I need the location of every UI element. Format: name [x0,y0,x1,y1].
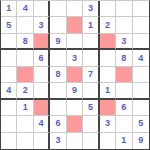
cell-r3c9[interactable] [133,34,149,50]
cell-r4c8[interactable]: 8 [116,50,132,66]
cell-r2c8[interactable] [116,17,132,33]
cell-r6c3[interactable] [34,83,50,99]
cell-r9c3[interactable] [34,133,50,149]
cell-r1c8[interactable] [116,1,132,17]
cell-r9c7[interactable] [100,133,116,149]
cell-r2c2[interactable] [17,17,33,33]
cell-r8c6[interactable] [83,116,99,132]
cell-r5c1[interactable] [1,67,17,83]
cell-r1c5[interactable] [67,1,83,17]
cell-r9c4[interactable]: 3 [50,133,66,149]
cell-r6c7[interactable]: 1 [100,83,116,99]
cell-r2c5[interactable] [67,17,83,33]
cell-r4c6[interactable] [83,50,99,66]
cell-r9c9[interactable]: 9 [133,133,149,149]
cell-r1c7[interactable] [100,1,116,17]
cell-r1c6[interactable]: 3 [83,1,99,17]
cell-r1c4[interactable] [50,1,66,17]
cell-r4c5[interactable]: 3 [67,50,83,66]
cell-r8c1[interactable] [1,116,17,132]
cell-r5c2[interactable] [17,67,33,83]
cell-r2c3[interactable]: 3 [34,17,50,33]
cell-r8c3[interactable]: 4 [34,116,50,132]
cell-r5c6[interactable]: 7 [83,67,99,83]
cell-r4c7[interactable] [100,50,116,66]
cell-r7c2[interactable]: 1 [17,100,33,116]
cell-r9c2[interactable] [17,133,33,149]
cell-r5c5[interactable] [67,67,83,83]
cell-r8c4[interactable]: 6 [50,116,66,132]
cell-r3c5[interactable] [67,34,83,50]
cell-r6c9[interactable] [133,83,149,99]
cell-r3c7[interactable] [100,34,116,50]
cell-r9c8[interactable]: 1 [116,133,132,149]
cell-r7c3[interactable] [34,100,50,116]
cell-r4c9[interactable]: 4 [133,50,149,66]
cell-r3c4[interactable]: 9 [50,34,66,50]
cell-r7c7[interactable] [100,100,116,116]
cell-r2c4[interactable] [50,17,66,33]
cell-r3c2[interactable]: 8 [17,34,33,50]
cell-r2c6[interactable]: 1 [83,17,99,33]
cell-r9c5[interactable] [67,133,83,149]
cell-r4c1[interactable] [1,50,17,66]
cell-r7c4[interactable] [50,100,66,116]
cell-r7c8[interactable]: 6 [116,100,132,116]
cell-r8c9[interactable]: 5 [133,116,149,132]
cell-r4c3[interactable]: 6 [34,50,50,66]
cell-r6c2[interactable]: 2 [17,83,33,99]
cell-r1c3[interactable] [34,1,50,17]
cell-r8c5[interactable] [67,116,83,132]
cell-r1c9[interactable] [133,1,149,17]
cell-r5c8[interactable] [116,67,132,83]
cell-r8c8[interactable] [116,116,132,132]
cell-r3c6[interactable] [83,34,99,50]
cell-r6c4[interactable] [50,83,66,99]
cell-r6c8[interactable] [116,83,132,99]
cell-r9c1[interactable] [1,133,17,149]
cell-r2c1[interactable]: 5 [1,17,17,33]
cell-r1c1[interactable]: 1 [1,1,17,17]
cell-r2c9[interactable] [133,17,149,33]
cell-r6c5[interactable]: 9 [67,83,83,99]
cell-r5c7[interactable] [100,67,116,83]
cell-r7c9[interactable] [133,100,149,116]
sudoku-board: 143531289363848742911564635319 [0,0,150,150]
cell-r1c2[interactable]: 4 [17,1,33,17]
cell-r4c2[interactable] [17,50,33,66]
cell-r5c9[interactable] [133,67,149,83]
cell-r3c8[interactable]: 3 [116,34,132,50]
cell-r9c6[interactable] [83,133,99,149]
cell-r7c5[interactable] [67,100,83,116]
cell-r4c4[interactable] [50,50,66,66]
cell-r5c3[interactable] [34,67,50,83]
cell-r6c1[interactable]: 4 [1,83,17,99]
cell-r8c7[interactable]: 3 [100,116,116,132]
cell-r8c2[interactable] [17,116,33,132]
cell-r7c6[interactable]: 5 [83,100,99,116]
cell-r3c3[interactable] [34,34,50,50]
cell-r6c6[interactable] [83,83,99,99]
cell-r2c7[interactable]: 2 [100,17,116,33]
cell-r7c1[interactable] [1,100,17,116]
cell-r3c1[interactable] [1,34,17,50]
cell-r5c4[interactable]: 8 [50,67,66,83]
